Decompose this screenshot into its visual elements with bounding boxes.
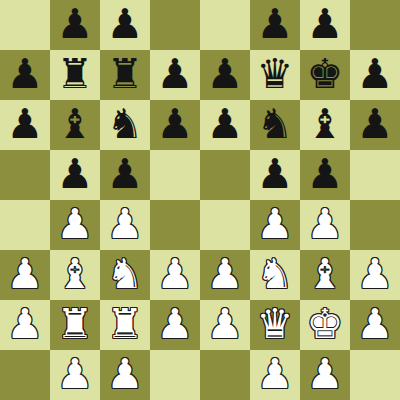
black-pawn[interactable]: ♟ [257,4,294,45]
white-pawn[interactable]: ♟ [357,254,394,295]
square-f8[interactable]: ♟ [250,0,300,50]
square-e6[interactable]: ♟ [200,100,250,150]
square-g2[interactable]: ♚ [300,300,350,350]
square-h5[interactable] [350,150,400,200]
square-d2[interactable]: ♟ [150,300,200,350]
square-d6[interactable]: ♟ [150,100,200,150]
white-pawn[interactable]: ♟ [357,304,394,345]
square-d3[interactable]: ♟ [150,250,200,300]
chess-board: ♟♟♟♟♟♜♜♟♟♛♚♟♟♝♞♟♟♞♝♟♟♟♟♟♟♟♟♟♟♝♞♟♟♞♝♟♟♜♜♟… [0,0,400,400]
black-pawn[interactable]: ♟ [157,104,194,145]
white-pawn[interactable]: ♟ [57,204,94,245]
white-pawn[interactable]: ♟ [257,204,294,245]
white-pawn[interactable]: ♟ [257,354,294,395]
white-pawn[interactable]: ♟ [307,354,344,395]
square-e1[interactable] [200,350,250,400]
white-rook[interactable]: ♜ [107,304,144,345]
black-pawn[interactable]: ♟ [357,54,394,95]
white-pawn[interactable]: ♟ [57,354,94,395]
white-bishop[interactable]: ♝ [57,254,94,295]
square-a2[interactable]: ♟ [0,300,50,350]
white-knight[interactable]: ♞ [107,254,144,295]
black-pawn[interactable]: ♟ [157,54,194,95]
square-c2[interactable]: ♜ [100,300,150,350]
square-b3[interactable]: ♝ [50,250,100,300]
square-b6[interactable]: ♝ [50,100,100,150]
square-d1[interactable] [150,350,200,400]
white-pawn[interactable]: ♟ [307,204,344,245]
square-e8[interactable] [200,0,250,50]
white-pawn[interactable]: ♟ [107,354,144,395]
white-pawn[interactable]: ♟ [107,204,144,245]
black-pawn[interactable]: ♟ [7,104,44,145]
square-g4[interactable]: ♟ [300,200,350,250]
black-pawn[interactable]: ♟ [7,54,44,95]
black-queen[interactable]: ♛ [257,54,294,95]
black-pawn[interactable]: ♟ [107,154,144,195]
black-knight[interactable]: ♞ [107,104,144,145]
black-pawn[interactable]: ♟ [357,104,394,145]
white-pawn[interactable]: ♟ [157,254,194,295]
white-pawn[interactable]: ♟ [207,254,244,295]
square-c3[interactable]: ♞ [100,250,150,300]
black-king[interactable]: ♚ [307,54,344,95]
white-king[interactable]: ♚ [307,304,344,345]
black-bishop[interactable]: ♝ [307,104,344,145]
square-b7[interactable]: ♜ [50,50,100,100]
square-b5[interactable]: ♟ [50,150,100,200]
square-a8[interactable] [0,0,50,50]
square-h4[interactable] [350,200,400,250]
square-d5[interactable] [150,150,200,200]
square-a1[interactable] [0,350,50,400]
square-d8[interactable] [150,0,200,50]
square-h6[interactable]: ♟ [350,100,400,150]
square-d4[interactable] [150,200,200,250]
square-a7[interactable]: ♟ [0,50,50,100]
white-bishop[interactable]: ♝ [307,254,344,295]
square-c1[interactable]: ♟ [100,350,150,400]
square-e5[interactable] [200,150,250,200]
square-a5[interactable] [0,150,50,200]
square-c7[interactable]: ♜ [100,50,150,100]
square-f7[interactable]: ♛ [250,50,300,100]
square-f2[interactable]: ♛ [250,300,300,350]
square-c5[interactable]: ♟ [100,150,150,200]
square-h2[interactable]: ♟ [350,300,400,350]
square-b8[interactable]: ♟ [50,0,100,50]
black-pawn[interactable]: ♟ [57,4,94,45]
square-f4[interactable]: ♟ [250,200,300,250]
square-f3[interactable]: ♞ [250,250,300,300]
square-g8[interactable]: ♟ [300,0,350,50]
square-a3[interactable]: ♟ [0,250,50,300]
square-d7[interactable]: ♟ [150,50,200,100]
black-pawn[interactable]: ♟ [207,104,244,145]
square-f1[interactable]: ♟ [250,350,300,400]
square-e4[interactable] [200,200,250,250]
square-a6[interactable]: ♟ [0,100,50,150]
white-pawn[interactable]: ♟ [207,304,244,345]
square-h8[interactable] [350,0,400,50]
white-knight[interactable]: ♞ [257,254,294,295]
square-f5[interactable]: ♟ [250,150,300,200]
square-e7[interactable]: ♟ [200,50,250,100]
black-knight[interactable]: ♞ [257,104,294,145]
square-h7[interactable]: ♟ [350,50,400,100]
square-g5[interactable]: ♟ [300,150,350,200]
black-pawn[interactable]: ♟ [257,154,294,195]
square-c6[interactable]: ♞ [100,100,150,150]
black-rook[interactable]: ♜ [107,54,144,95]
square-h3[interactable]: ♟ [350,250,400,300]
black-pawn[interactable]: ♟ [207,54,244,95]
square-b1[interactable]: ♟ [50,350,100,400]
square-e3[interactable]: ♟ [200,250,250,300]
square-g7[interactable]: ♚ [300,50,350,100]
white-queen[interactable]: ♛ [257,304,294,345]
square-c4[interactable]: ♟ [100,200,150,250]
white-pawn[interactable]: ♟ [7,254,44,295]
white-rook[interactable]: ♜ [57,304,94,345]
black-pawn[interactable]: ♟ [307,154,344,195]
square-f6[interactable]: ♞ [250,100,300,150]
white-pawn[interactable]: ♟ [7,304,44,345]
black-bishop[interactable]: ♝ [57,104,94,145]
black-pawn[interactable]: ♟ [307,4,344,45]
white-pawn[interactable]: ♟ [157,304,194,345]
black-rook[interactable]: ♜ [57,54,94,95]
square-b2[interactable]: ♜ [50,300,100,350]
square-e2[interactable]: ♟ [200,300,250,350]
square-h1[interactable] [350,350,400,400]
square-g6[interactable]: ♝ [300,100,350,150]
square-c8[interactable]: ♟ [100,0,150,50]
square-g1[interactable]: ♟ [300,350,350,400]
black-pawn[interactable]: ♟ [57,154,94,195]
square-b4[interactable]: ♟ [50,200,100,250]
black-pawn[interactable]: ♟ [107,4,144,45]
square-a4[interactable] [0,200,50,250]
square-g3[interactable]: ♝ [300,250,350,300]
